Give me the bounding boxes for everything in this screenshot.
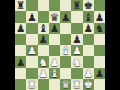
square-b1[interactable]: ♜: [26, 79, 37, 90]
piece-black-pawn[interactable]: ♟: [95, 68, 104, 78]
piece-white-pawn[interactable]: ♟: [50, 56, 59, 66]
square-f5[interactable]: ♟: [71, 34, 82, 45]
square-e1[interactable]: ♛: [60, 79, 71, 90]
letterbox-background: ♜♜♚♟♛♟♝♟♟♝♟♟♞♟♟♟♝♟♟♞♟♞♟♝♟♟♜♛♜♚: [0, 0, 120, 90]
square-g6[interactable]: ♟: [83, 23, 94, 34]
piece-white-bishop[interactable]: ♝: [61, 45, 70, 55]
piece-black-king[interactable]: ♚: [83, 0, 92, 10]
piece-black-pawn[interactable]: ♟: [95, 11, 104, 21]
square-e3[interactable]: [60, 56, 71, 67]
piece-white-knight[interactable]: ♞: [72, 56, 81, 66]
square-b3[interactable]: [26, 56, 37, 67]
square-f7[interactable]: [71, 11, 82, 22]
square-f8[interactable]: ♜: [71, 0, 82, 11]
piece-white-knight[interactable]: ♞: [38, 56, 47, 66]
piece-black-knight[interactable]: ♞: [95, 23, 104, 33]
square-f1[interactable]: ♜: [71, 79, 82, 90]
square-e4[interactable]: ♝: [60, 45, 71, 56]
square-c1[interactable]: [38, 79, 49, 90]
square-b5[interactable]: [26, 34, 37, 45]
square-c6[interactable]: ♝: [38, 23, 49, 34]
piece-black-pawn[interactable]: ♟: [72, 34, 81, 44]
square-g8[interactable]: ♚: [83, 0, 94, 11]
square-h7[interactable]: ♟: [94, 11, 105, 22]
square-g4[interactable]: [83, 45, 94, 56]
piece-black-rook[interactable]: ♜: [16, 0, 25, 10]
piece-white-queen[interactable]: ♛: [61, 79, 70, 89]
square-h8[interactable]: [94, 0, 105, 11]
square-f4[interactable]: ♟: [71, 45, 82, 56]
piece-white-bishop[interactable]: ♝: [50, 68, 59, 78]
square-c2[interactable]: ♟: [38, 68, 49, 79]
square-h6[interactable]: ♞: [94, 23, 105, 34]
piece-black-pawn[interactable]: ♟: [50, 23, 59, 33]
square-g2[interactable]: ♟: [83, 68, 94, 79]
square-g5[interactable]: [83, 34, 94, 45]
square-b4[interactable]: ♟: [26, 45, 37, 56]
piece-white-rook[interactable]: ♜: [27, 79, 36, 89]
square-a4[interactable]: [15, 45, 26, 56]
square-c5[interactable]: ♟: [38, 34, 49, 45]
piece-black-queen[interactable]: ♛: [50, 11, 59, 21]
square-a3[interactable]: ♟: [15, 56, 26, 67]
square-e8[interactable]: [60, 0, 71, 11]
piece-white-king[interactable]: ♚: [83, 79, 92, 89]
square-e2[interactable]: [60, 68, 71, 79]
square-a6[interactable]: ♟: [15, 23, 26, 34]
square-g7[interactable]: ♝: [83, 11, 94, 22]
square-f6[interactable]: [71, 23, 82, 34]
square-b2[interactable]: [26, 68, 37, 79]
square-b6[interactable]: [26, 23, 37, 34]
piece-black-pawn[interactable]: ♟: [16, 56, 25, 66]
square-a1[interactable]: [15, 79, 26, 90]
chess-board: ♜♜♚♟♛♟♝♟♟♝♟♟♞♟♟♟♝♟♟♞♟♞♟♝♟♟♜♛♜♚: [15, 0, 105, 90]
square-h2[interactable]: ♟: [94, 68, 105, 79]
square-a8[interactable]: ♜: [15, 0, 26, 11]
piece-white-pawn[interactable]: ♟: [72, 45, 81, 55]
piece-white-rook[interactable]: ♜: [72, 79, 81, 89]
square-h4[interactable]: [94, 45, 105, 56]
piece-white-pawn[interactable]: ♟: [27, 45, 36, 55]
square-f2[interactable]: [71, 68, 82, 79]
piece-black-bishop[interactable]: ♝: [38, 23, 47, 33]
square-g3[interactable]: [83, 56, 94, 67]
piece-white-pawn[interactable]: ♟: [38, 68, 47, 78]
piece-black-bishop[interactable]: ♝: [83, 11, 92, 21]
square-d5[interactable]: [49, 34, 60, 45]
square-a2[interactable]: [15, 68, 26, 79]
square-h1[interactable]: [94, 79, 105, 90]
square-e7[interactable]: ♟: [60, 11, 71, 22]
square-d8[interactable]: [49, 0, 60, 11]
square-d3[interactable]: ♟: [49, 56, 60, 67]
square-h5[interactable]: [94, 34, 105, 45]
square-c4[interactable]: [38, 45, 49, 56]
square-d4[interactable]: [49, 45, 60, 56]
square-h3[interactable]: [94, 56, 105, 67]
square-c7[interactable]: [38, 11, 49, 22]
piece-white-pawn[interactable]: ♟: [83, 68, 92, 78]
square-d6[interactable]: ♟: [49, 23, 60, 34]
piece-black-rook[interactable]: ♜: [72, 0, 81, 10]
square-e6[interactable]: [60, 23, 71, 34]
square-b7[interactable]: ♟: [26, 11, 37, 22]
square-d7[interactable]: ♛: [49, 11, 60, 22]
square-e5[interactable]: [60, 34, 71, 45]
square-c8[interactable]: [38, 0, 49, 11]
piece-black-pawn[interactable]: ♟: [61, 11, 70, 21]
square-g1[interactable]: ♚: [83, 79, 94, 90]
square-b8[interactable]: [26, 0, 37, 11]
square-a7[interactable]: [15, 11, 26, 22]
square-f3[interactable]: ♞: [71, 56, 82, 67]
piece-black-pawn[interactable]: ♟: [27, 11, 36, 21]
square-d2[interactable]: ♝: [49, 68, 60, 79]
piece-black-pawn[interactable]: ♟: [38, 34, 47, 44]
square-d1[interactable]: [49, 79, 60, 90]
piece-black-pawn[interactable]: ♟: [16, 23, 25, 33]
piece-black-pawn[interactable]: ♟: [83, 23, 92, 33]
square-c3[interactable]: ♞: [38, 56, 49, 67]
square-a5[interactable]: [15, 34, 26, 45]
